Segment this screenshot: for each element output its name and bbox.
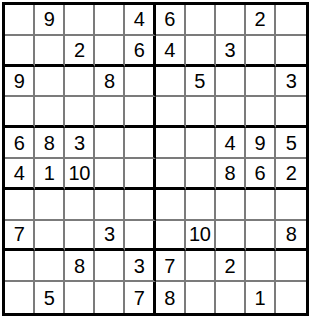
given-digit: 3 [74,133,85,153]
given-digit: 9 [14,71,25,91]
cell-r5c10[interactable]: 5 [276,128,306,159]
cell-r7c2[interactable] [35,190,65,221]
sudoku-board: 94622643985368349541108627310883725781 [2,2,309,316]
cell-r5c4[interactable] [95,128,125,159]
cell-r7c10[interactable] [276,190,306,221]
cell-r10c10[interactable] [276,282,306,313]
cell-r9c6[interactable]: 7 [156,251,186,282]
cell-r3c2[interactable] [35,67,65,98]
cell-r2c7[interactable] [186,36,216,67]
cell-r3c3[interactable] [65,67,95,98]
cell-r3c7[interactable]: 5 [186,67,216,98]
cell-r9c1[interactable] [5,251,35,282]
cell-r6c9[interactable]: 6 [246,159,276,190]
cell-r1c8[interactable] [216,5,246,36]
given-digit: 4 [164,40,175,60]
given-digit: 7 [134,288,145,308]
cell-r10c5[interactable]: 7 [125,282,155,313]
cell-r1c9[interactable]: 2 [246,5,276,36]
cell-r1c3[interactable] [65,5,95,36]
cell-r2c10[interactable] [276,36,306,67]
cell-r3c5[interactable] [125,67,155,98]
cell-r5c9[interactable]: 9 [246,128,276,159]
cell-r4c10[interactable] [276,97,306,128]
cell-r4c3[interactable] [65,97,95,128]
cell-r2c9[interactable] [246,36,276,67]
cell-r6c2[interactable]: 1 [35,159,65,190]
cell-r7c6[interactable] [156,190,186,221]
cell-r1c6[interactable]: 6 [156,5,186,36]
given-digit: 10 [69,163,90,183]
cell-r6c3[interactable]: 10 [65,159,95,190]
cell-r6c4[interactable] [95,159,125,190]
given-digit: 1 [255,288,266,308]
cell-r5c3[interactable]: 3 [65,128,95,159]
given-digit: 6 [255,163,266,183]
given-digit: 2 [74,40,85,60]
cell-r6c1[interactable]: 4 [5,159,35,190]
cell-r8c3[interactable] [65,221,95,252]
cell-r4c8[interactable] [216,97,246,128]
given-digit: 9 [255,133,266,153]
given-digit: 7 [164,256,175,276]
cell-r10c2[interactable]: 5 [35,282,65,313]
cell-r10c8[interactable] [216,282,246,313]
cell-r5c2[interactable]: 8 [35,128,65,159]
cell-r9c7[interactable] [186,251,216,282]
cell-r9c9[interactable] [246,251,276,282]
cell-r4c4[interactable] [95,97,125,128]
cell-r3c6[interactable] [156,67,186,98]
cell-r4c9[interactable] [246,97,276,128]
cell-r2c2[interactable] [35,36,65,67]
given-digit: 4 [134,9,145,29]
cell-r3c8[interactable] [216,67,246,98]
cell-r10c6[interactable]: 8 [156,282,186,313]
cell-r9c4[interactable] [95,251,125,282]
given-digit: 5 [44,288,55,308]
cell-r10c7[interactable] [186,282,216,313]
cell-r4c6[interactable] [156,97,186,128]
given-digit: 4 [224,133,235,153]
cell-r8c6[interactable] [156,221,186,252]
cell-r7c3[interactable] [65,190,95,221]
cell-r4c5[interactable] [125,97,155,128]
cell-r1c4[interactable] [95,5,125,36]
cell-r1c10[interactable] [276,5,306,36]
cell-r2c4[interactable] [95,36,125,67]
cell-r2c8[interactable]: 3 [216,36,246,67]
cell-r3c9[interactable] [246,67,276,98]
cell-r6c10[interactable]: 2 [276,159,306,190]
cell-r4c1[interactable] [5,97,35,128]
cell-r9c2[interactable] [35,251,65,282]
cell-r1c7[interactable] [186,5,216,36]
cell-r8c9[interactable] [246,221,276,252]
cell-r9c3[interactable]: 8 [65,251,95,282]
cell-r7c7[interactable] [186,190,216,221]
cell-r1c1[interactable] [5,5,35,36]
cell-r8c8[interactable] [216,221,246,252]
given-digit: 10 [189,224,210,244]
given-digit: 8 [44,133,55,153]
cell-r10c9[interactable]: 1 [246,282,276,313]
given-digit: 1 [44,163,55,183]
cell-r8c1[interactable]: 7 [5,221,35,252]
given-digit: 4 [14,163,25,183]
cell-r2c6[interactable]: 4 [156,36,186,67]
given-digit: 9 [44,9,55,29]
cell-r5c7[interactable] [186,128,216,159]
cell-r6c7[interactable] [186,159,216,190]
given-digit: 8 [164,288,175,308]
given-digit: 2 [255,9,266,29]
cell-r7c8[interactable] [216,190,246,221]
cell-r5c6[interactable] [156,128,186,159]
given-digit: 8 [286,224,297,244]
cell-r8c2[interactable] [35,221,65,252]
cell-r7c9[interactable] [246,190,276,221]
given-digit: 2 [224,256,235,276]
given-digit: 8 [104,71,115,91]
cell-r9c5[interactable]: 3 [125,251,155,282]
cell-r3c10[interactable]: 3 [276,67,306,98]
sudoku-puzzle: 94622643985368349541108627310883725781 [2,2,309,316]
cell-r1c5[interactable]: 4 [125,5,155,36]
cell-r2c1[interactable] [5,36,35,67]
cell-r4c2[interactable] [35,97,65,128]
given-digit: 6 [134,40,145,60]
cell-r5c5[interactable] [125,128,155,159]
given-digit: 8 [224,163,235,183]
cell-r10c3[interactable] [65,282,95,313]
cell-r6c6[interactable] [156,159,186,190]
cell-r7c1[interactable] [5,190,35,221]
given-digit: 3 [224,40,235,60]
given-digit: 3 [286,71,297,91]
cell-r1c2[interactable]: 9 [35,5,65,36]
cell-r10c4[interactable] [95,282,125,313]
cell-r8c7[interactable]: 10 [186,221,216,252]
given-digit: 3 [104,224,115,244]
cell-r7c4[interactable] [95,190,125,221]
cell-r8c5[interactable] [125,221,155,252]
cell-r9c8[interactable]: 2 [216,251,246,282]
given-digit: 5 [286,133,297,153]
cell-r3c4[interactable]: 8 [95,67,125,98]
given-digit: 3 [134,256,145,276]
given-digit: 2 [286,163,297,183]
cell-r2c5[interactable]: 6 [125,36,155,67]
cell-r5c1[interactable]: 6 [5,128,35,159]
cell-r3c1[interactable]: 9 [5,67,35,98]
cell-r5c8[interactable]: 4 [216,128,246,159]
given-digit: 8 [74,256,85,276]
cell-r8c10[interactable]: 8 [276,221,306,252]
cell-r10c1[interactable] [5,282,35,313]
cell-r6c8[interactable]: 8 [216,159,246,190]
cell-r9c10[interactable] [276,251,306,282]
cell-r2c3[interactable]: 2 [65,36,95,67]
cell-r8c4[interactable]: 3 [95,221,125,252]
given-digit: 7 [14,224,25,244]
given-digit: 6 [164,9,175,29]
cell-r4c7[interactable] [186,97,216,128]
cell-r6c5[interactable] [125,159,155,190]
given-digit: 5 [194,71,205,91]
cell-r7c5[interactable] [125,190,155,221]
given-digit: 6 [14,133,25,153]
